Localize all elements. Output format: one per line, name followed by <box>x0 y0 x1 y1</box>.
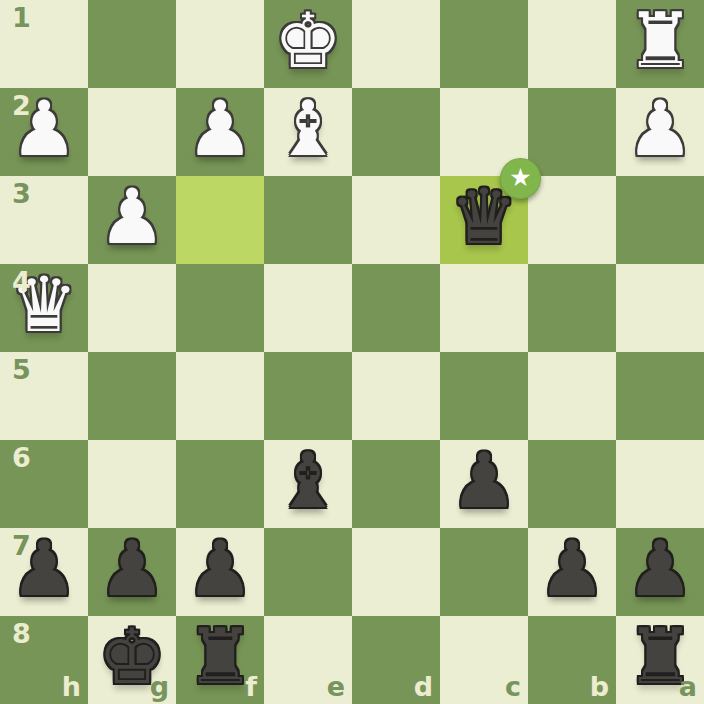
square-h3[interactable]: 3 <box>0 176 88 264</box>
square-f4[interactable] <box>176 264 264 352</box>
square-d7[interactable] <box>352 528 440 616</box>
square-h7[interactable]: ♟7 <box>0 528 88 616</box>
square-c8[interactable]: c <box>440 616 528 704</box>
white-pawn-a2[interactable]: ♟ <box>616 85 704 173</box>
square-c5[interactable] <box>440 352 528 440</box>
square-e7[interactable] <box>264 528 352 616</box>
square-a5[interactable] <box>616 352 704 440</box>
square-b7[interactable]: ♟ <box>528 528 616 616</box>
square-c7[interactable] <box>440 528 528 616</box>
rank-label-6: 6 <box>12 442 31 473</box>
square-a6[interactable] <box>616 440 704 528</box>
square-e2[interactable]: ♝ <box>264 88 352 176</box>
square-c6[interactable]: ♟ <box>440 440 528 528</box>
white-bishop-e2[interactable]: ♝ <box>264 85 352 173</box>
square-f3[interactable] <box>176 176 264 264</box>
square-d1[interactable] <box>352 0 440 88</box>
square-c3[interactable]: ♛★ <box>440 176 528 264</box>
square-g5[interactable] <box>88 352 176 440</box>
black-pawn-a7[interactable]: ♟ <box>616 525 704 613</box>
square-g3[interactable]: ♟ <box>88 176 176 264</box>
square-d4[interactable] <box>352 264 440 352</box>
white-pawn-f2[interactable]: ♟ <box>176 85 264 173</box>
square-a7[interactable]: ♟ <box>616 528 704 616</box>
square-b4[interactable] <box>528 264 616 352</box>
square-b8[interactable]: b <box>528 616 616 704</box>
square-h4[interactable]: ♛4 <box>0 264 88 352</box>
square-h2[interactable]: ♟2 <box>0 88 88 176</box>
square-e4[interactable] <box>264 264 352 352</box>
file-label-c: c <box>505 671 521 702</box>
square-e3[interactable] <box>264 176 352 264</box>
file-label-b: b <box>590 671 609 702</box>
square-b2[interactable] <box>528 88 616 176</box>
rank-label-3: 3 <box>12 178 31 209</box>
black-rook-a8[interactable]: ♜ <box>616 613 704 701</box>
square-h1[interactable]: 1 <box>0 0 88 88</box>
file-label-h: h <box>62 671 81 702</box>
rank-label-1: 1 <box>12 2 31 33</box>
square-e6[interactable]: ♝ <box>264 440 352 528</box>
square-f2[interactable]: ♟ <box>176 88 264 176</box>
square-h8[interactable]: 8h <box>0 616 88 704</box>
square-g6[interactable] <box>88 440 176 528</box>
chess-board: 1♚♜♟2♟♝♟3♟♛★♛456♝♟♟7♟♟♟♟8h♚g♜fedcb♜a <box>0 0 704 704</box>
white-pawn-h2[interactable]: ♟ <box>0 85 88 173</box>
square-a2[interactable]: ♟ <box>616 88 704 176</box>
white-king-e1[interactable]: ♚ <box>264 0 352 85</box>
square-f6[interactable] <box>176 440 264 528</box>
square-a8[interactable]: ♜a <box>616 616 704 704</box>
square-f1[interactable] <box>176 0 264 88</box>
square-c1[interactable] <box>440 0 528 88</box>
square-c4[interactable] <box>440 264 528 352</box>
square-d5[interactable] <box>352 352 440 440</box>
square-g2[interactable] <box>88 88 176 176</box>
square-b6[interactable] <box>528 440 616 528</box>
square-a3[interactable] <box>616 176 704 264</box>
square-h5[interactable]: 5 <box>0 352 88 440</box>
square-e5[interactable] <box>264 352 352 440</box>
square-e8[interactable]: e <box>264 616 352 704</box>
square-e1[interactable]: ♚ <box>264 0 352 88</box>
square-b5[interactable] <box>528 352 616 440</box>
square-h6[interactable]: 6 <box>0 440 88 528</box>
square-f8[interactable]: ♜f <box>176 616 264 704</box>
square-g7[interactable]: ♟ <box>88 528 176 616</box>
black-rook-f8[interactable]: ♜ <box>176 613 264 701</box>
black-bishop-e6[interactable]: ♝ <box>264 437 352 525</box>
square-g4[interactable] <box>88 264 176 352</box>
rank-label-5: 5 <box>12 354 31 385</box>
best-move-badge: ★ <box>500 158 541 199</box>
square-g1[interactable] <box>88 0 176 88</box>
black-pawn-b7[interactable]: ♟ <box>528 525 616 613</box>
square-a4[interactable] <box>616 264 704 352</box>
black-king-g8[interactable]: ♚ <box>88 613 176 701</box>
white-pawn-g3[interactable]: ♟ <box>88 173 176 261</box>
file-label-d: d <box>414 671 433 702</box>
black-pawn-f7[interactable]: ♟ <box>176 525 264 613</box>
white-queen-h4[interactable]: ♛ <box>0 261 88 349</box>
square-d6[interactable] <box>352 440 440 528</box>
square-g8[interactable]: ♚g <box>88 616 176 704</box>
star-icon: ★ <box>509 165 531 190</box>
square-f5[interactable] <box>176 352 264 440</box>
square-a1[interactable]: ♜ <box>616 0 704 88</box>
square-d2[interactable] <box>352 88 440 176</box>
square-f7[interactable]: ♟ <box>176 528 264 616</box>
black-pawn-g7[interactable]: ♟ <box>88 525 176 613</box>
square-b1[interactable] <box>528 0 616 88</box>
rank-label-8: 8 <box>12 618 31 649</box>
square-b3[interactable] <box>528 176 616 264</box>
file-label-e: e <box>327 671 345 702</box>
black-pawn-h7[interactable]: ♟ <box>0 525 88 613</box>
white-rook-a1[interactable]: ♜ <box>616 0 704 85</box>
square-d8[interactable]: d <box>352 616 440 704</box>
black-pawn-c6[interactable]: ♟ <box>440 437 528 525</box>
square-d3[interactable] <box>352 176 440 264</box>
